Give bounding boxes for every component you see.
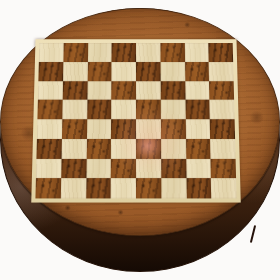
board-square-e5[interactable] xyxy=(136,100,161,119)
board-square-c3[interactable] xyxy=(86,139,111,159)
board-square-d4[interactable] xyxy=(111,119,136,139)
board-square-b7[interactable] xyxy=(63,62,88,81)
board-square-f6[interactable] xyxy=(160,81,185,100)
board-square-c4[interactable] xyxy=(86,119,111,139)
chessboard-frame xyxy=(31,39,240,202)
board-square-b6[interactable] xyxy=(62,81,87,100)
board-square-a4[interactable] xyxy=(37,119,62,139)
board-square-b8[interactable] xyxy=(63,43,88,62)
board-square-g4[interactable] xyxy=(185,119,210,139)
board-square-h1[interactable] xyxy=(211,178,237,198)
board-square-h5[interactable] xyxy=(210,100,235,119)
board-square-f7[interactable] xyxy=(160,62,185,81)
board-square-e3[interactable] xyxy=(136,139,161,159)
board-square-d3[interactable] xyxy=(111,139,136,159)
board-square-h2[interactable] xyxy=(211,158,236,178)
board-square-a5[interactable] xyxy=(37,100,62,119)
board-square-e4[interactable] xyxy=(136,119,161,139)
board-square-c8[interactable] xyxy=(87,43,111,62)
board-square-a2[interactable] xyxy=(36,158,61,178)
board-square-b4[interactable] xyxy=(62,119,87,139)
board-square-g7[interactable] xyxy=(185,62,210,81)
board-square-f4[interactable] xyxy=(161,119,186,139)
board-square-a3[interactable] xyxy=(36,139,61,159)
board-square-g5[interactable] xyxy=(185,100,210,119)
board-square-d8[interactable] xyxy=(112,43,136,62)
board-square-b1[interactable] xyxy=(61,178,86,198)
board-square-h4[interactable] xyxy=(210,119,235,139)
board-square-g2[interactable] xyxy=(186,158,211,178)
board-square-g1[interactable] xyxy=(186,178,211,198)
board-square-g8[interactable] xyxy=(184,43,209,62)
board-square-h3[interactable] xyxy=(210,139,235,159)
board-square-a7[interactable] xyxy=(38,62,63,81)
board-square-d7[interactable] xyxy=(112,62,136,81)
board-square-c1[interactable] xyxy=(86,178,111,198)
board-square-d6[interactable] xyxy=(111,81,136,100)
board-square-c7[interactable] xyxy=(87,62,112,81)
board-square-d5[interactable] xyxy=(111,100,136,119)
board-square-a1[interactable] xyxy=(35,178,61,198)
board-square-c2[interactable] xyxy=(86,158,111,178)
board-square-f1[interactable] xyxy=(161,178,186,198)
chess-board-photo xyxy=(0,0,280,280)
board-square-d2[interactable] xyxy=(111,158,136,178)
board-square-b2[interactable] xyxy=(61,158,86,178)
board-square-g3[interactable] xyxy=(186,139,211,159)
board-square-g6[interactable] xyxy=(185,81,210,100)
board-square-e6[interactable] xyxy=(136,81,161,100)
board-square-e7[interactable] xyxy=(136,62,160,81)
board-square-b5[interactable] xyxy=(62,100,87,119)
board-square-c6[interactable] xyxy=(87,81,112,100)
board-square-f3[interactable] xyxy=(161,139,186,159)
board-square-d1[interactable] xyxy=(111,178,136,198)
board-square-h7[interactable] xyxy=(209,62,234,81)
rim-seam xyxy=(250,225,256,243)
board-square-b3[interactable] xyxy=(61,139,86,159)
board-square-e2[interactable] xyxy=(136,158,161,178)
board-square-c5[interactable] xyxy=(87,100,112,119)
board-square-a6[interactable] xyxy=(38,81,63,100)
board-square-f8[interactable] xyxy=(160,43,184,62)
board-square-f2[interactable] xyxy=(161,158,186,178)
board-square-f5[interactable] xyxy=(161,100,186,119)
board-square-h8[interactable] xyxy=(209,43,234,62)
board-square-e8[interactable] xyxy=(136,43,160,62)
board-square-e1[interactable] xyxy=(136,178,161,198)
board-square-a8[interactable] xyxy=(39,43,64,62)
board-square-h6[interactable] xyxy=(209,81,234,100)
chessboard-grid[interactable] xyxy=(35,43,236,198)
